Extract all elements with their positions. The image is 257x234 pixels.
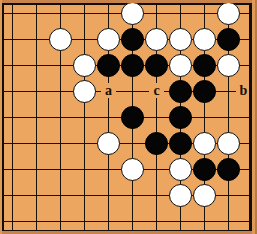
white-stone: [217, 54, 240, 77]
margin-top: [0, 0, 257, 3]
white-stone: [73, 80, 96, 103]
white-stone: [145, 28, 168, 51]
black-stone: [97, 54, 120, 77]
white-stone: [217, 2, 240, 25]
black-stone: [121, 106, 144, 129]
black-stone: [193, 54, 216, 77]
white-stone: [121, 158, 144, 181]
point-label-a: a: [101, 83, 116, 98]
black-stone: [169, 106, 192, 129]
white-stone: [169, 28, 192, 51]
white-stone: [121, 2, 144, 25]
white-stone: [97, 28, 120, 51]
white-stone: [49, 28, 72, 51]
white-stone: [169, 158, 192, 181]
margin-bottom: [0, 231, 257, 234]
frame-left: [2, 3, 4, 232]
black-stone: [193, 80, 216, 103]
white-stone: [193, 28, 216, 51]
grid-line-horizontal: [2, 221, 251, 222]
black-stone: [217, 28, 240, 51]
black-stone: [193, 158, 216, 181]
black-stone: [217, 158, 240, 181]
white-stone: [169, 184, 192, 207]
white-stone: [193, 184, 216, 207]
white-stone: [217, 132, 240, 155]
black-stone: [145, 132, 168, 155]
margin-right-edge: [255, 0, 257, 234]
black-stone: [121, 54, 144, 77]
black-stone: [169, 132, 192, 155]
point-label-c: c: [149, 83, 164, 98]
black-stone: [169, 80, 192, 103]
black-stone: [145, 54, 168, 77]
white-stone: [169, 54, 192, 77]
white-stone: [97, 132, 120, 155]
white-stone: [73, 54, 96, 77]
margin-left-edge: [0, 0, 2, 234]
go-board-diagram: acb: [0, 0, 257, 234]
white-stone: [193, 132, 216, 155]
black-stone: [121, 28, 144, 51]
